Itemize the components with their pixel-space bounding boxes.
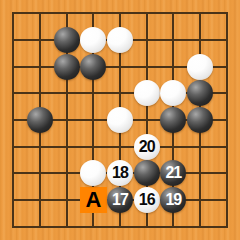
stone-black: [27, 107, 53, 133]
stone-black: [54, 27, 80, 53]
stone-white: [160, 80, 186, 106]
stone-black: [134, 160, 160, 186]
marker-a: A: [80, 187, 107, 214]
stone-black: [54, 54, 80, 80]
stone-black-move-21: 21: [160, 160, 186, 186]
stone-black: [187, 80, 213, 106]
go-board[interactable]: A201821171619: [0, 0, 240, 240]
stone-white: [134, 80, 160, 106]
stone-black: [80, 54, 106, 80]
stone-white: [107, 107, 133, 133]
stone-white: [187, 54, 213, 80]
grid-line-vertical: [226, 12, 228, 227]
grid-line-horizontal: [12, 226, 227, 228]
stone-white-move-18: 18: [107, 160, 133, 186]
stone-black-move-19: 19: [160, 187, 186, 213]
grid-line-horizontal: [12, 146, 227, 148]
stone-white: [80, 27, 106, 53]
stone-black: [187, 107, 213, 133]
stone-white: [107, 27, 133, 53]
stone-white-move-20: 20: [134, 134, 160, 160]
stone-white-move-16: 16: [134, 187, 160, 213]
stone-white: [80, 160, 106, 186]
stone-black: [160, 107, 186, 133]
stone-black-move-17: 17: [107, 187, 133, 213]
